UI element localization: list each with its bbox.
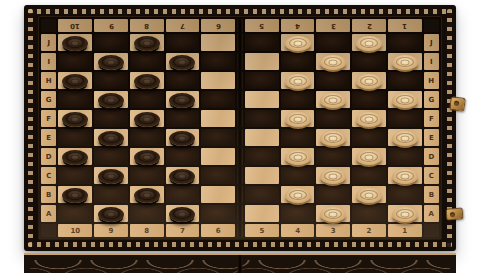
row-label-right-E: E bbox=[424, 129, 439, 146]
square-F9[interactable] bbox=[94, 110, 128, 127]
square-H4[interactable] bbox=[281, 72, 315, 89]
square-B2[interactable] bbox=[352, 186, 386, 203]
fold-seam bbox=[237, 53, 243, 70]
row-label-right-H: H bbox=[424, 72, 439, 89]
row-label-right-J: J bbox=[424, 34, 439, 51]
square-B4[interactable] bbox=[281, 186, 315, 203]
fold-seam bbox=[238, 255, 243, 273]
column-labels-top: 10987654321 bbox=[41, 19, 439, 32]
light-piece[interactable] bbox=[285, 150, 311, 165]
square-C7[interactable] bbox=[166, 167, 200, 184]
square-D7[interactable] bbox=[166, 148, 200, 165]
light-piece[interactable] bbox=[392, 55, 418, 70]
column-label-2: 2 bbox=[352, 224, 386, 237]
fold-seam bbox=[237, 110, 243, 127]
square-A3[interactable] bbox=[316, 205, 350, 222]
dark-piece[interactable] bbox=[62, 112, 88, 127]
square-G8[interactable] bbox=[130, 91, 164, 108]
dark-piece[interactable] bbox=[169, 169, 195, 184]
row-label-right-G: G bbox=[424, 91, 439, 108]
column-label-7: 7 bbox=[166, 19, 200, 32]
row-label-right-B: B bbox=[424, 186, 439, 203]
square-D6[interactable] bbox=[201, 148, 235, 165]
square-E1[interactable] bbox=[388, 129, 422, 146]
column-label-6: 6 bbox=[201, 224, 235, 237]
light-piece[interactable] bbox=[320, 169, 346, 184]
square-D4[interactable] bbox=[281, 148, 315, 165]
column-label-8: 8 bbox=[130, 19, 164, 32]
board-row-J: JJ bbox=[41, 34, 439, 51]
square-C10[interactable] bbox=[58, 167, 92, 184]
column-label-6: 6 bbox=[201, 19, 235, 32]
dark-piece[interactable] bbox=[62, 188, 88, 203]
light-piece[interactable] bbox=[285, 36, 311, 51]
square-G7[interactable] bbox=[166, 91, 200, 108]
dark-piece[interactable] bbox=[62, 74, 88, 89]
square-I9[interactable] bbox=[94, 53, 128, 70]
square-I10[interactable] bbox=[58, 53, 92, 70]
light-piece[interactable] bbox=[285, 188, 311, 203]
square-J10[interactable] bbox=[58, 34, 92, 51]
square-J7[interactable] bbox=[166, 34, 200, 51]
column-label-2: 2 bbox=[352, 19, 386, 32]
dark-piece[interactable] bbox=[98, 207, 124, 222]
dark-piece[interactable] bbox=[98, 169, 124, 184]
square-A9[interactable] bbox=[94, 205, 128, 222]
row-label-left-J: J bbox=[41, 34, 56, 51]
square-D8[interactable] bbox=[130, 148, 164, 165]
column-label-1: 1 bbox=[388, 19, 422, 32]
row-label-left-C: C bbox=[41, 167, 56, 184]
square-F2[interactable] bbox=[352, 110, 386, 127]
dark-piece[interactable] bbox=[169, 93, 195, 108]
column-label-5: 5 bbox=[245, 19, 279, 32]
square-C6[interactable] bbox=[201, 167, 235, 184]
board-row-D: DD bbox=[41, 148, 439, 165]
square-A4[interactable] bbox=[281, 205, 315, 222]
square-C1[interactable] bbox=[388, 167, 422, 184]
column-label-1: 1 bbox=[388, 224, 422, 237]
square-J8[interactable] bbox=[130, 34, 164, 51]
light-piece[interactable] bbox=[392, 169, 418, 184]
square-B6[interactable] bbox=[201, 186, 235, 203]
square-D1[interactable] bbox=[388, 148, 422, 165]
square-E8[interactable] bbox=[130, 129, 164, 146]
square-D9[interactable] bbox=[94, 148, 128, 165]
column-label-4: 4 bbox=[281, 224, 315, 237]
row-label-left-I: I bbox=[41, 53, 56, 70]
square-J3[interactable] bbox=[316, 34, 350, 51]
square-H1[interactable] bbox=[388, 72, 422, 89]
square-F4[interactable] bbox=[281, 110, 315, 127]
square-G5[interactable] bbox=[245, 91, 279, 108]
square-E5[interactable] bbox=[245, 129, 279, 146]
light-piece[interactable] bbox=[356, 36, 382, 51]
square-B10[interactable] bbox=[58, 186, 92, 203]
square-A6[interactable] bbox=[201, 205, 235, 222]
square-H8[interactable] bbox=[130, 72, 164, 89]
square-G10[interactable] bbox=[58, 91, 92, 108]
row-label-right-I: I bbox=[424, 53, 439, 70]
square-D10[interactable] bbox=[58, 148, 92, 165]
fold-seam bbox=[237, 148, 243, 165]
frame-corner bbox=[41, 224, 56, 237]
square-B7[interactable] bbox=[166, 186, 200, 203]
dark-piece[interactable] bbox=[134, 188, 160, 203]
fold-seam bbox=[237, 224, 243, 237]
column-label-10: 10 bbox=[58, 19, 92, 32]
square-E9[interactable] bbox=[94, 129, 128, 146]
board-row-F: FF bbox=[41, 110, 439, 127]
board-row-H: HH bbox=[41, 72, 439, 89]
square-E4[interactable] bbox=[281, 129, 315, 146]
square-A10[interactable] bbox=[58, 205, 92, 222]
square-B5[interactable] bbox=[245, 186, 279, 203]
square-B9[interactable] bbox=[94, 186, 128, 203]
dark-piece[interactable] bbox=[169, 207, 195, 222]
square-H3[interactable] bbox=[316, 72, 350, 89]
decorative-trim-left bbox=[28, 9, 33, 247]
column-label-10: 10 bbox=[58, 224, 92, 237]
fold-seam bbox=[237, 91, 243, 108]
square-E6[interactable] bbox=[201, 129, 235, 146]
square-J1[interactable] bbox=[388, 34, 422, 51]
board-front-side-panel bbox=[24, 253, 456, 273]
column-label-3: 3 bbox=[316, 224, 350, 237]
row-label-left-F: F bbox=[41, 110, 56, 127]
square-C8[interactable] bbox=[130, 167, 164, 184]
dark-piece[interactable] bbox=[98, 93, 124, 108]
row-label-left-A: A bbox=[41, 205, 56, 222]
light-piece[interactable] bbox=[392, 131, 418, 146]
frame-corner bbox=[424, 19, 439, 32]
square-B3[interactable] bbox=[316, 186, 350, 203]
light-piece[interactable] bbox=[320, 55, 346, 70]
row-label-right-A: A bbox=[424, 205, 439, 222]
square-J4[interactable] bbox=[281, 34, 315, 51]
column-label-9: 9 bbox=[94, 224, 128, 237]
column-label-3: 3 bbox=[316, 19, 350, 32]
frame-corner bbox=[424, 224, 439, 237]
dark-piece[interactable] bbox=[169, 131, 195, 146]
square-G1[interactable] bbox=[388, 91, 422, 108]
dark-piece[interactable] bbox=[169, 55, 195, 70]
board-row-B: BB bbox=[41, 186, 439, 203]
fold-seam bbox=[237, 167, 243, 184]
light-piece[interactable] bbox=[320, 207, 346, 222]
light-piece[interactable] bbox=[285, 112, 311, 127]
column-label-9: 9 bbox=[94, 19, 128, 32]
square-F1[interactable] bbox=[388, 110, 422, 127]
square-D2[interactable] bbox=[352, 148, 386, 165]
square-H6[interactable] bbox=[201, 72, 235, 89]
column-label-5: 5 bbox=[245, 224, 279, 237]
square-I4[interactable] bbox=[281, 53, 315, 70]
square-F7[interactable] bbox=[166, 110, 200, 127]
square-I8[interactable] bbox=[130, 53, 164, 70]
brass-hinge-icon bbox=[446, 207, 464, 220]
square-F10[interactable] bbox=[58, 110, 92, 127]
square-H9[interactable] bbox=[94, 72, 128, 89]
square-F5[interactable] bbox=[245, 110, 279, 127]
board-row-E: EE bbox=[41, 129, 439, 146]
row-label-right-C: C bbox=[424, 167, 439, 184]
dark-piece[interactable] bbox=[134, 74, 160, 89]
light-piece[interactable] bbox=[285, 74, 311, 89]
dark-piece[interactable] bbox=[134, 150, 160, 165]
square-B8[interactable] bbox=[130, 186, 164, 203]
square-J2[interactable] bbox=[352, 34, 386, 51]
square-H10[interactable] bbox=[58, 72, 92, 89]
column-label-8: 8 bbox=[130, 224, 164, 237]
square-J9[interactable] bbox=[94, 34, 128, 51]
board-row-A: AA bbox=[41, 205, 439, 222]
row-label-left-B: B bbox=[41, 186, 56, 203]
light-piece[interactable] bbox=[356, 74, 382, 89]
checkers-board: 10987654321JJIIHHGGFFEEDDCCBBAA109876543… bbox=[24, 5, 456, 251]
square-H7[interactable] bbox=[166, 72, 200, 89]
fold-seam bbox=[237, 72, 243, 89]
light-piece[interactable] bbox=[356, 150, 382, 165]
square-I7[interactable] bbox=[166, 53, 200, 70]
column-labels-bottom: 10987654321 bbox=[41, 224, 439, 237]
square-A2[interactable] bbox=[352, 205, 386, 222]
square-F6[interactable] bbox=[201, 110, 235, 127]
light-piece[interactable] bbox=[320, 93, 346, 108]
square-A7[interactable] bbox=[166, 205, 200, 222]
board-row-C: CC bbox=[41, 167, 439, 184]
checkers-board-wrap: 10987654321JJIIHHGGFFEEDDCCBBAA109876543… bbox=[24, 5, 456, 273]
square-A8[interactable] bbox=[130, 205, 164, 222]
square-E3[interactable] bbox=[316, 129, 350, 146]
square-C3[interactable] bbox=[316, 167, 350, 184]
square-F3[interactable] bbox=[316, 110, 350, 127]
frame-corner bbox=[41, 19, 56, 32]
row-label-right-F: F bbox=[424, 110, 439, 127]
square-G2[interactable] bbox=[352, 91, 386, 108]
dark-piece[interactable] bbox=[98, 131, 124, 146]
board-row-I: II bbox=[41, 53, 439, 70]
fold-seam bbox=[237, 186, 243, 203]
square-B1[interactable] bbox=[388, 186, 422, 203]
row-label-left-H: H bbox=[41, 72, 56, 89]
square-C9[interactable] bbox=[94, 167, 128, 184]
fold-seam bbox=[237, 129, 243, 146]
row-label-left-D: D bbox=[41, 148, 56, 165]
square-D5[interactable] bbox=[245, 148, 279, 165]
fold-seam bbox=[237, 205, 243, 222]
square-I1[interactable] bbox=[388, 53, 422, 70]
square-H5[interactable] bbox=[245, 72, 279, 89]
dark-piece[interactable] bbox=[62, 150, 88, 165]
decorative-trim-top bbox=[28, 9, 452, 14]
decorative-trim-bottom bbox=[28, 242, 452, 247]
light-piece[interactable] bbox=[356, 112, 382, 127]
column-label-4: 4 bbox=[281, 19, 315, 32]
square-C2[interactable] bbox=[352, 167, 386, 184]
square-F8[interactable] bbox=[130, 110, 164, 127]
light-piece[interactable] bbox=[356, 188, 382, 203]
brass-clasp-icon bbox=[449, 96, 466, 112]
square-I3[interactable] bbox=[316, 53, 350, 70]
square-C4[interactable] bbox=[281, 167, 315, 184]
square-H2[interactable] bbox=[352, 72, 386, 89]
square-E7[interactable] bbox=[166, 129, 200, 146]
square-E10[interactable] bbox=[58, 129, 92, 146]
square-G4[interactable] bbox=[281, 91, 315, 108]
square-J6[interactable] bbox=[201, 34, 235, 51]
row-label-left-G: G bbox=[41, 91, 56, 108]
light-piece[interactable] bbox=[392, 93, 418, 108]
playfield: 10987654321JJIIHHGGFFEEDDCCBBAA109876543… bbox=[38, 16, 442, 240]
dark-piece[interactable] bbox=[134, 112, 160, 127]
column-label-7: 7 bbox=[166, 224, 200, 237]
dark-piece[interactable] bbox=[134, 36, 160, 51]
square-G3[interactable] bbox=[316, 91, 350, 108]
square-C5[interactable] bbox=[245, 167, 279, 184]
light-piece[interactable] bbox=[320, 131, 346, 146]
dark-piece[interactable] bbox=[62, 36, 88, 51]
fold-seam bbox=[237, 19, 243, 32]
row-label-left-E: E bbox=[41, 129, 56, 146]
square-E2[interactable] bbox=[352, 129, 386, 146]
square-A1[interactable] bbox=[388, 205, 422, 222]
light-piece[interactable] bbox=[392, 207, 418, 222]
fold-seam bbox=[237, 34, 243, 51]
dark-piece[interactable] bbox=[98, 55, 124, 70]
square-G9[interactable] bbox=[94, 91, 128, 108]
square-D3[interactable] bbox=[316, 148, 350, 165]
square-I5[interactable] bbox=[245, 53, 279, 70]
board-row-G: GG bbox=[41, 91, 439, 108]
square-I6[interactable] bbox=[201, 53, 235, 70]
square-G6[interactable] bbox=[201, 91, 235, 108]
square-I2[interactable] bbox=[352, 53, 386, 70]
row-label-right-D: D bbox=[424, 148, 439, 165]
square-J5[interactable] bbox=[245, 34, 279, 51]
square-A5[interactable] bbox=[245, 205, 279, 222]
